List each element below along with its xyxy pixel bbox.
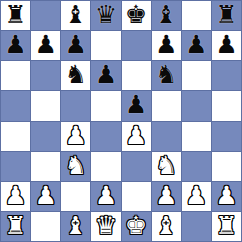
white-pawn-icon[interactable]: ♟ (95, 183, 117, 208)
square-f8[interactable]: ♝ (152, 1, 181, 30)
square-h3[interactable] (212, 152, 241, 181)
square-c1[interactable]: ♝ (61, 212, 90, 241)
square-c6[interactable]: ♞ (61, 61, 90, 90)
square-e2[interactable] (122, 182, 151, 211)
white-bishop-icon[interactable]: ♝ (155, 213, 177, 238)
white-rook-icon[interactable]: ♜ (215, 213, 237, 238)
white-pawn-icon[interactable]: ♟ (185, 183, 207, 208)
square-g1[interactable] (182, 212, 211, 241)
square-d8[interactable]: ♛ (91, 1, 120, 30)
black-pawn-icon[interactable]: ♟ (215, 32, 237, 57)
square-c8[interactable]: ♝ (61, 1, 90, 30)
black-rook-icon[interactable]: ♜ (215, 2, 237, 27)
black-pawn-icon[interactable]: ♟ (95, 62, 117, 87)
white-pawn-icon[interactable]: ♟ (34, 183, 56, 208)
square-a8[interactable]: ♜ (1, 1, 30, 30)
square-a3[interactable] (1, 152, 30, 181)
black-pawn-icon[interactable]: ♟ (185, 32, 207, 57)
square-e6[interactable] (122, 61, 151, 90)
square-h2[interactable]: ♟ (212, 182, 241, 211)
square-f7[interactable]: ♟ (152, 31, 181, 60)
square-f2[interactable]: ♟ (152, 182, 181, 211)
white-pawn-icon[interactable]: ♟ (215, 183, 237, 208)
square-e3[interactable] (122, 152, 151, 181)
square-c4[interactable]: ♟ (61, 122, 90, 151)
square-a6[interactable] (1, 61, 30, 90)
square-e8[interactable]: ♚ (122, 1, 151, 30)
black-pawn-icon[interactable]: ♟ (65, 32, 87, 57)
black-pawn-icon[interactable]: ♟ (125, 92, 147, 117)
square-c5[interactable] (61, 91, 90, 120)
square-b3[interactable] (31, 152, 60, 181)
square-e1[interactable]: ♚ (122, 212, 151, 241)
black-pawn-icon[interactable]: ♟ (34, 32, 56, 57)
square-b5[interactable] (31, 91, 60, 120)
square-d4[interactable] (91, 122, 120, 151)
white-bishop-icon[interactable]: ♝ (65, 213, 87, 238)
square-b2[interactable]: ♟ (31, 182, 60, 211)
white-pawn-icon[interactable]: ♟ (125, 123, 147, 148)
square-h5[interactable] (212, 91, 241, 120)
square-g3[interactable] (182, 152, 211, 181)
square-b8[interactable] (31, 1, 60, 30)
square-h6[interactable] (212, 61, 241, 90)
chess-board: ♜♝♛♚♝♜♟♟♟♟♟♟♞♟♞♟♟♟♞♞♟♟♟♟♟♟♜♝♛♚♝♜ (0, 0, 242, 242)
square-g7[interactable]: ♟ (182, 31, 211, 60)
square-d5[interactable] (91, 91, 120, 120)
square-h8[interactable]: ♜ (212, 1, 241, 30)
black-king-icon[interactable]: ♚ (125, 2, 147, 27)
square-h7[interactable]: ♟ (212, 31, 241, 60)
white-pawn-icon[interactable]: ♟ (155, 183, 177, 208)
square-f6[interactable]: ♞ (152, 61, 181, 90)
square-b4[interactable] (31, 122, 60, 151)
square-b7[interactable]: ♟ (31, 31, 60, 60)
square-d6[interactable]: ♟ (91, 61, 120, 90)
square-c2[interactable] (61, 182, 90, 211)
white-rook-icon[interactable]: ♜ (4, 213, 26, 238)
black-pawn-icon[interactable]: ♟ (155, 32, 177, 57)
square-h4[interactable] (212, 122, 241, 151)
square-e5[interactable]: ♟ (122, 91, 151, 120)
square-a7[interactable]: ♟ (1, 31, 30, 60)
white-king-icon[interactable]: ♚ (125, 213, 147, 238)
square-f3[interactable]: ♞ (152, 152, 181, 181)
square-g6[interactable] (182, 61, 211, 90)
square-a2[interactable]: ♟ (1, 182, 30, 211)
square-g8[interactable] (182, 1, 211, 30)
square-g2[interactable]: ♟ (182, 182, 211, 211)
square-d1[interactable]: ♛ (91, 212, 120, 241)
white-pawn-icon[interactable]: ♟ (65, 123, 87, 148)
square-f1[interactable]: ♝ (152, 212, 181, 241)
black-pawn-icon[interactable]: ♟ (4, 32, 26, 57)
square-e4[interactable]: ♟ (122, 122, 151, 151)
square-d7[interactable] (91, 31, 120, 60)
square-a5[interactable] (1, 91, 30, 120)
black-bishop-icon[interactable]: ♝ (155, 2, 177, 27)
square-c3[interactable]: ♞ (61, 152, 90, 181)
square-c7[interactable]: ♟ (61, 31, 90, 60)
white-knight-icon[interactable]: ♞ (155, 153, 177, 178)
square-d3[interactable] (91, 152, 120, 181)
square-a1[interactable]: ♜ (1, 212, 30, 241)
white-pawn-icon[interactable]: ♟ (4, 183, 26, 208)
white-knight-icon[interactable]: ♞ (65, 153, 87, 178)
black-queen-icon[interactable]: ♛ (95, 2, 117, 27)
black-rook-icon[interactable]: ♜ (4, 2, 26, 27)
square-g4[interactable] (182, 122, 211, 151)
square-h1[interactable]: ♜ (212, 212, 241, 241)
square-g5[interactable] (182, 91, 211, 120)
square-f4[interactable] (152, 122, 181, 151)
black-bishop-icon[interactable]: ♝ (65, 2, 87, 27)
square-f5[interactable] (152, 91, 181, 120)
black-knight-icon[interactable]: ♞ (155, 62, 177, 87)
square-b6[interactable] (31, 61, 60, 90)
square-a4[interactable] (1, 122, 30, 151)
white-queen-icon[interactable]: ♛ (95, 213, 117, 238)
black-knight-icon[interactable]: ♞ (65, 62, 87, 87)
square-e7[interactable] (122, 31, 151, 60)
square-b1[interactable] (31, 212, 60, 241)
square-d2[interactable]: ♟ (91, 182, 120, 211)
